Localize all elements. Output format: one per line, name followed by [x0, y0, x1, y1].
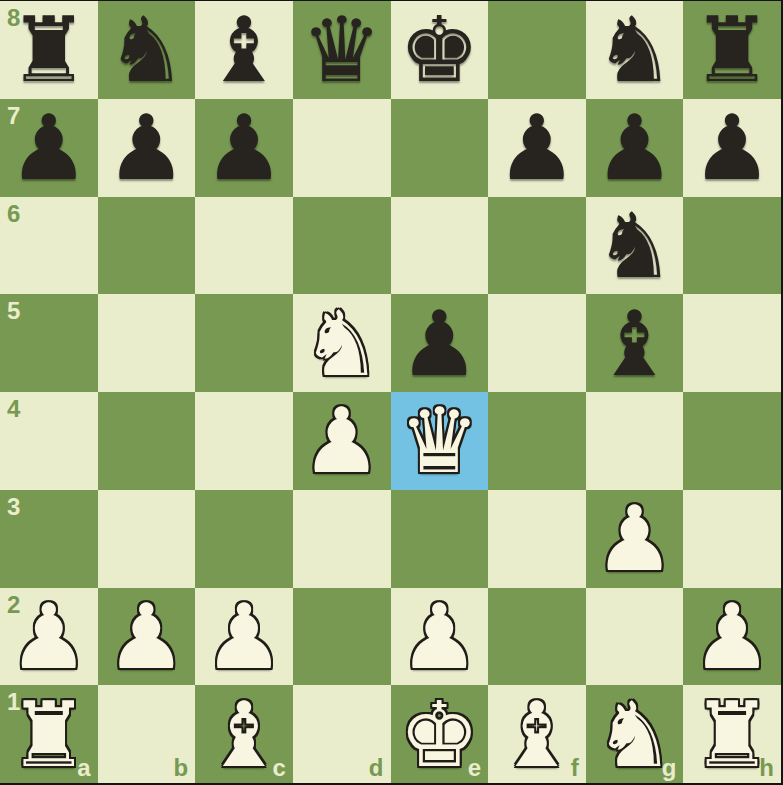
chess-board: ♜8♞♝♛♚♞♜♟7♟♟♟♟♟6♞5♞♟♝4♟♛3♟♟2♟♟♟♟♜1ab♝cd♚… — [0, 1, 781, 783]
square-a6[interactable]: 6 — [0, 197, 98, 295]
black-pawn-b7[interactable]: ♟ — [106, 99, 187, 196]
white-knight-d5[interactable]: ♞ — [301, 295, 382, 392]
square-b1[interactable]: b — [98, 685, 196, 783]
square-e6[interactable] — [391, 197, 489, 295]
square-d8[interactable]: ♛ — [293, 1, 391, 99]
square-g6[interactable]: ♞ — [586, 197, 684, 295]
square-h6[interactable] — [683, 197, 781, 295]
square-f7[interactable]: ♟ — [488, 99, 586, 197]
black-pawn-h7[interactable]: ♟ — [692, 99, 773, 196]
square-c2[interactable]: ♟ — [195, 588, 293, 686]
square-a3[interactable]: 3 — [0, 490, 98, 588]
square-c6[interactable] — [195, 197, 293, 295]
square-g3[interactable]: ♟ — [586, 490, 684, 588]
square-a4[interactable]: 4 — [0, 392, 98, 490]
square-h5[interactable] — [683, 294, 781, 392]
square-g4[interactable] — [586, 392, 684, 490]
square-e7[interactable] — [391, 99, 489, 197]
square-d7[interactable] — [293, 99, 391, 197]
square-g8[interactable]: ♞ — [586, 1, 684, 99]
file-label-b: b — [174, 756, 189, 780]
square-d6[interactable] — [293, 197, 391, 295]
square-e2[interactable]: ♟ — [391, 588, 489, 686]
black-pawn-e5[interactable]: ♟ — [399, 295, 480, 392]
black-bishop-g5[interactable]: ♝ — [594, 295, 675, 392]
black-pawn-a7[interactable]: ♟ — [8, 99, 89, 196]
chess-board-frame: ♜8♞♝♛♚♞♜♟7♟♟♟♟♟6♞5♞♟♝4♟♛3♟♟2♟♟♟♟♜1ab♝cd♚… — [0, 0, 783, 785]
square-c1[interactable]: ♝c — [195, 685, 293, 783]
rank-label-4: 4 — [7, 397, 20, 421]
black-king-e8[interactable]: ♚ — [399, 1, 480, 98]
file-label-f: f — [571, 756, 579, 780]
square-a1[interactable]: ♜1a — [0, 685, 98, 783]
square-c3[interactable] — [195, 490, 293, 588]
black-pawn-g7[interactable]: ♟ — [594, 99, 675, 196]
square-f5[interactable] — [488, 294, 586, 392]
square-b3[interactable] — [98, 490, 196, 588]
white-pawn-a2[interactable]: ♟ — [8, 588, 89, 685]
black-pawn-f7[interactable]: ♟ — [497, 99, 578, 196]
black-knight-g6[interactable]: ♞ — [594, 197, 675, 294]
square-h7[interactable]: ♟ — [683, 99, 781, 197]
square-h3[interactable] — [683, 490, 781, 588]
square-c8[interactable]: ♝ — [195, 1, 293, 99]
square-f8[interactable] — [488, 1, 586, 99]
square-d1[interactable]: d — [293, 685, 391, 783]
file-label-h: h — [759, 756, 774, 780]
file-label-e: e — [468, 756, 481, 780]
square-b8[interactable]: ♞ — [98, 1, 196, 99]
square-g2[interactable] — [586, 588, 684, 686]
square-h8[interactable]: ♜ — [683, 1, 781, 99]
white-pawn-e2[interactable]: ♟ — [399, 588, 480, 685]
square-f4[interactable] — [488, 392, 586, 490]
file-label-d: d — [369, 756, 384, 780]
square-g7[interactable]: ♟ — [586, 99, 684, 197]
black-rook-a8[interactable]: ♜ — [8, 1, 89, 98]
square-g5[interactable]: ♝ — [586, 294, 684, 392]
file-label-g: g — [662, 756, 677, 780]
file-label-c: c — [273, 756, 286, 780]
square-c7[interactable]: ♟ — [195, 99, 293, 197]
rank-label-6: 6 — [7, 202, 20, 226]
square-e1[interactable]: ♚e — [391, 685, 489, 783]
white-pawn-d4[interactable]: ♟ — [301, 392, 382, 489]
black-rook-h8[interactable]: ♜ — [692, 1, 773, 98]
square-d4[interactable]: ♟ — [293, 392, 391, 490]
square-h4[interactable] — [683, 392, 781, 490]
square-a7[interactable]: ♟7 — [0, 99, 98, 197]
square-d5[interactable]: ♞ — [293, 294, 391, 392]
square-h1[interactable]: ♜h — [683, 685, 781, 783]
square-a8[interactable]: ♜8 — [0, 1, 98, 99]
white-pawn-b2[interactable]: ♟ — [106, 588, 187, 685]
white-pawn-c2[interactable]: ♟ — [204, 588, 285, 685]
square-e4[interactable]: ♛ — [391, 392, 489, 490]
square-b6[interactable] — [98, 197, 196, 295]
square-b2[interactable]: ♟ — [98, 588, 196, 686]
square-d2[interactable] — [293, 588, 391, 686]
square-c4[interactable] — [195, 392, 293, 490]
square-h2[interactable]: ♟ — [683, 588, 781, 686]
white-bishop-f1[interactable]: ♝ — [497, 686, 578, 783]
black-queen-d8[interactable]: ♛ — [301, 1, 382, 98]
square-f2[interactable] — [488, 588, 586, 686]
square-g1[interactable]: ♞g — [586, 685, 684, 783]
square-a5[interactable]: 5 — [0, 294, 98, 392]
rank-label-2: 2 — [7, 593, 20, 617]
square-f1[interactable]: ♝f — [488, 685, 586, 783]
white-pawn-g3[interactable]: ♟ — [594, 490, 675, 587]
white-queen-e4[interactable]: ♛ — [399, 392, 480, 489]
square-e8[interactable]: ♚ — [391, 1, 489, 99]
square-e5[interactable]: ♟ — [391, 294, 489, 392]
black-pawn-c7[interactable]: ♟ — [204, 99, 285, 196]
square-a2[interactable]: ♟2 — [0, 588, 98, 686]
square-f3[interactable] — [488, 490, 586, 588]
square-b5[interactable] — [98, 294, 196, 392]
rank-label-3: 3 — [7, 495, 20, 519]
file-label-a: a — [77, 756, 90, 780]
square-c5[interactable] — [195, 294, 293, 392]
black-knight-g8[interactable]: ♞ — [594, 1, 675, 98]
square-f6[interactable] — [488, 197, 586, 295]
square-e3[interactable] — [391, 490, 489, 588]
square-b7[interactable]: ♟ — [98, 99, 196, 197]
rank-label-1: 1 — [7, 690, 20, 714]
rank-label-8: 8 — [7, 6, 20, 30]
black-bishop-c8[interactable]: ♝ — [204, 1, 285, 98]
square-b4[interactable] — [98, 392, 196, 490]
rank-label-5: 5 — [7, 299, 20, 323]
rank-label-7: 7 — [7, 104, 20, 128]
square-d3[interactable] — [293, 490, 391, 588]
black-knight-b8[interactable]: ♞ — [106, 1, 187, 98]
white-pawn-h2[interactable]: ♟ — [692, 588, 773, 685]
